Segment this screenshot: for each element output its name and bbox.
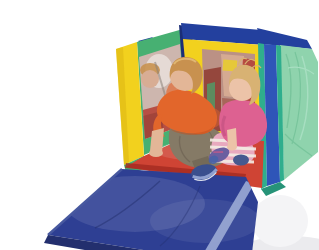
boy-hand [149, 149, 163, 157]
reflected-face [141, 70, 159, 88]
girl-shoe-back [233, 155, 249, 166]
girl-shirt [219, 100, 267, 146]
soft-shadow [252, 195, 308, 247]
soft-play-product-photo: M [40, 16, 319, 250]
girl-hand [227, 144, 237, 151]
